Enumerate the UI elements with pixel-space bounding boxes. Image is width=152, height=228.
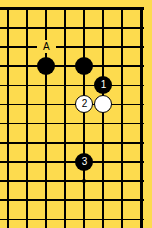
- star-point-Q10: [75, 171, 94, 190]
- go-board: 123A: [0, 0, 152, 228]
- intersection-R14: [94, 95, 113, 114]
- move-1-stone-R15: 1: [94, 76, 112, 94]
- intersection-Q11: 3: [75, 152, 94, 171]
- intersection-grid: 123A: [0, 0, 151, 228]
- move-2-stone-Q14: 2: [75, 95, 93, 113]
- move-3-stone-Q11: 3: [75, 153, 93, 171]
- intersection-Q14: 2: [75, 95, 94, 114]
- stone-R14: [94, 95, 112, 113]
- go-diagram-screenshot: 123A: [0, 0, 152, 228]
- intersection-O17: A: [37, 37, 56, 56]
- label-A-marker: A: [37, 40, 56, 53]
- stone-O16: [37, 57, 55, 75]
- intersection-R15: 1: [94, 76, 113, 95]
- stone-Q16: [75, 57, 93, 75]
- intersection-O16: [37, 56, 56, 75]
- star-point-dot: [82, 179, 86, 183]
- intersection-Q16: [75, 56, 94, 75]
